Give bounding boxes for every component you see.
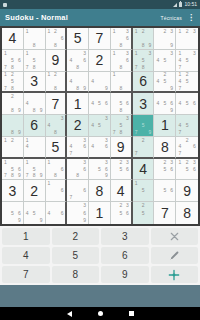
pencil-marks: 459 [24, 202, 45, 224]
cell-r1c4[interactable]: 5 [67, 28, 89, 50]
cell-r6c2[interactable]: 14 [24, 137, 46, 159]
digit: 6 [30, 118, 38, 132]
cell-r6c3[interactable]: 5 [46, 137, 68, 159]
pencil-marks: 128 [46, 72, 66, 92]
signal-icon [173, 3, 177, 7]
pencil-marks: 569 [2, 202, 23, 224]
cell-r3c4[interactable]: 489 [67, 72, 89, 94]
cell-r9c3[interactable]: 46 [46, 202, 68, 224]
digit: 2 [30, 184, 38, 198]
pen-icon[interactable] [151, 247, 199, 264]
cell-r7c8[interactable]: 2356 [154, 159, 176, 181]
digit: 2 [96, 53, 104, 67]
cell-r9c5[interactable]: 1 [89, 202, 111, 224]
cell-r7c7[interactable]: 4 [133, 159, 155, 181]
cell-r2c3[interactable]: 9 [46, 50, 68, 72]
pencil-marks: 489 [24, 93, 45, 114]
cell-r7c5[interactable]: 3569 [89, 159, 111, 181]
back-icon[interactable] [67, 311, 72, 317]
cell-r3c3[interactable]: 128 [46, 72, 68, 94]
cell-r8c5[interactable]: 8 [89, 180, 111, 202]
pencil-marks: 123 [176, 28, 198, 49]
pencil-marks: 456 [176, 93, 198, 114]
cell-r3c7[interactable]: 6 [133, 72, 155, 94]
cell-r7c9[interactable]: 12356 [176, 159, 198, 181]
pencil-marks: 12356 [176, 159, 198, 180]
cell-r1c7[interactable]: 1289 [133, 28, 155, 50]
cell-r4c4[interactable]: 1 [67, 93, 89, 115]
cell-r7c6[interactable]: 2356 [111, 159, 133, 181]
pencil-marks: 346 [89, 137, 110, 157]
cell-r2c7[interactable]: 13578 [133, 50, 155, 72]
cell-r6c8[interactable]: 8 [154, 137, 176, 159]
pencil-marks: 345 [89, 115, 110, 136]
overflow-menu-icon[interactable]: ⋮ [187, 14, 195, 22]
cell-r5c7[interactable]: 579 [133, 115, 155, 137]
battery-icon [179, 2, 182, 7]
pad-button-4[interactable]: 4 [2, 247, 50, 264]
digit: 1 [96, 206, 104, 220]
digit: 7 [52, 97, 60, 111]
pencil-marks: 1368 [111, 50, 131, 71]
pencil-marks: 13578 [133, 50, 154, 71]
pencil-marks: 156789 [2, 159, 23, 180]
cell-r1c6[interactable]: 1368 [111, 28, 133, 50]
pad-button-3[interactable]: 3 [101, 228, 149, 245]
pad-button-8[interactable]: 8 [52, 266, 100, 283]
pencil-marks: 27 [133, 137, 154, 157]
pencil-marks: 168 [46, 159, 66, 180]
notification-icon [3, 3, 7, 7]
cell-r7c3[interactable]: 168 [46, 159, 68, 181]
cell-r5c6[interactable]: 3578 [111, 115, 133, 137]
pad-button-5[interactable]: 5 [52, 247, 100, 264]
app-bar: Sudoku - Normal Técnicas ⋮ [0, 9, 200, 26]
digit: 1 [74, 97, 82, 111]
digit: 4 [117, 184, 125, 198]
cell-r5c1[interactable]: 89 [2, 115, 24, 137]
digit: 3 [30, 74, 38, 88]
pencil-marks: 56 [154, 180, 175, 201]
digit: 7 [96, 31, 104, 45]
sudoku-app-screen: 10:51 Sudoku - Normal Técnicas ⋮ 4181268… [0, 0, 200, 320]
pencil-marks: 18 [24, 28, 45, 49]
pencil-marks: 12578 [2, 72, 23, 92]
status-bar: 10:51 [0, 0, 200, 9]
cell-r5c8[interactable]: 1 [154, 115, 176, 137]
digit: 5 [52, 140, 60, 154]
cell-r5c2[interactable]: 6 [24, 115, 46, 137]
cell-r7c4[interactable]: 368 [67, 159, 89, 181]
pencil-marks: 25 [133, 202, 154, 224]
pencil-marks: 345 [154, 50, 175, 71]
pad-button-6[interactable]: 6 [101, 247, 149, 264]
pencil-marks: 14 [24, 137, 45, 157]
pencil-marks: 457 [176, 115, 198, 136]
cell-r4c8[interactable]: 4569 [154, 93, 176, 115]
cell-r2c9[interactable]: 13457 [176, 50, 198, 72]
recents-icon[interactable] [129, 311, 134, 316]
cell-r4c2[interactable]: 489 [24, 93, 46, 115]
cell-r7c2[interactable]: 15789 [24, 159, 46, 181]
number-pad: 123456789 [0, 226, 200, 285]
cell-r6c9[interactable]: 2467 [176, 137, 198, 159]
cell-r8c8[interactable]: 56 [154, 180, 176, 202]
pencil-marks: 3468 [67, 50, 88, 71]
pencil-marks: 239 [154, 28, 175, 49]
cell-r9c2[interactable]: 459 [24, 202, 46, 224]
cell-r5c4[interactable]: 2 [67, 115, 89, 137]
pencil-marks: 579 [133, 115, 154, 136]
digit: 1 [161, 118, 169, 132]
pencil-marks: 369 [67, 202, 88, 224]
cell-r8c9[interactable]: 9 [176, 180, 198, 202]
pad-button-1[interactable]: 1 [2, 228, 50, 245]
pad-button-2[interactable]: 2 [52, 228, 100, 245]
digit: 9 [52, 53, 60, 67]
cell-r9c1[interactable]: 569 [2, 202, 24, 224]
cell-r3c9[interactable]: 12457 [176, 72, 198, 94]
cell-r8c1[interactable]: 3 [2, 180, 24, 202]
clear-icon[interactable] [151, 228, 199, 245]
cell-r4c3[interactable]: 7 [46, 93, 68, 115]
digit: 7 [161, 206, 169, 220]
pencil-marks: 49 [89, 72, 110, 92]
cell-r8c6[interactable]: 4 [111, 180, 133, 202]
pencil-marks: 16 [46, 180, 66, 201]
cell-r5c5[interactable]: 345 [89, 115, 111, 137]
cell-r3c6[interactable]: 18 [111, 72, 133, 94]
cell-r9c8[interactable]: 7 [154, 202, 176, 224]
cell-r8c2[interactable]: 2 [24, 180, 46, 202]
cell-r3c5[interactable]: 49 [89, 72, 111, 94]
cell-r6c4[interactable]: 3467 [67, 137, 89, 159]
pad-button-7[interactable]: 7 [2, 266, 50, 283]
pencil-marks: 15789 [24, 159, 45, 180]
pencil-marks: 2356 [111, 159, 131, 180]
pencil-marks: 89 [2, 115, 23, 136]
cell-r4c5[interactable]: 456 [89, 93, 111, 115]
pencil-marks: 1368 [111, 28, 131, 49]
techniques-button[interactable]: Técnicas [160, 15, 182, 21]
pencil-marks: 368 [67, 159, 88, 180]
cell-r1c8[interactable]: 239 [154, 28, 176, 50]
cell-r6c1[interactable]: 12 [2, 137, 24, 159]
sudoku-board: 4181268571368128923912315678157893468213… [0, 26, 200, 226]
cell-r8c4[interactable]: 67 [67, 180, 89, 202]
pencil-marks: 2356 [111, 202, 131, 224]
cell-r1c3[interactable]: 1268 [46, 28, 68, 50]
cell-r1c9[interactable]: 123 [176, 28, 198, 50]
pencil-marks: 2356 [154, 159, 175, 180]
cell-r9c4[interactable]: 369 [67, 202, 89, 224]
digit: 4 [8, 31, 16, 45]
cell-r8c7[interactable]: 15 [133, 180, 155, 202]
digit: 3 [139, 97, 147, 111]
pencil-marks: 46 [46, 202, 66, 224]
pencil-marks: 4569 [154, 93, 175, 114]
pencil-marks: 568 [111, 93, 131, 114]
digit: 4 [139, 162, 147, 176]
pencil-marks: 2459 [154, 72, 175, 92]
cell-r2c8[interactable]: 345 [154, 50, 176, 72]
cell-r8c3[interactable]: 16 [46, 180, 68, 202]
pencil-marks: 12457 [176, 72, 198, 92]
cell-r4c9[interactable]: 456 [176, 93, 198, 115]
cell-r1c1[interactable]: 4 [2, 28, 24, 50]
pencil-marks: 13457 [176, 50, 198, 71]
cell-r6c7[interactable]: 27 [133, 137, 155, 159]
status-clock: 10:51 [184, 2, 197, 7]
cell-r1c2[interactable]: 18 [24, 28, 46, 50]
digit: 5 [74, 31, 82, 45]
pencil-marks: 2467 [176, 137, 198, 157]
home-icon[interactable] [98, 311, 103, 316]
cell-r4c6[interactable]: 568 [111, 93, 133, 115]
cell-r3c1[interactable]: 12578 [2, 72, 24, 94]
bottom-strip [0, 285, 200, 307]
cell-r1c5[interactable]: 7 [89, 28, 111, 50]
page-title: Sudoku - Normal [5, 13, 160, 22]
cell-r2c2[interactable]: 1578 [24, 50, 46, 72]
cell-r2c6[interactable]: 1368 [111, 50, 133, 72]
cell-r6c6[interactable]: 9 [111, 137, 133, 159]
cell-r6c5[interactable]: 346 [89, 137, 111, 159]
digit: 8 [161, 140, 169, 154]
autonote-icon[interactable] [151, 266, 199, 283]
digit: 3 [8, 184, 16, 198]
pencil-marks: 489 [67, 72, 88, 92]
cell-r2c4[interactable]: 3468 [67, 50, 89, 72]
digit: 8 [96, 184, 104, 198]
cell-r2c1[interactable]: 15678 [2, 50, 24, 72]
pencil-marks: 67 [67, 180, 88, 201]
pad-button-9[interactable]: 9 [101, 266, 149, 283]
digit: 9 [183, 184, 191, 198]
cell-r2c5[interactable]: 2 [89, 50, 111, 72]
cell-r4c7[interactable]: 3 [133, 93, 155, 115]
digit: 6 [139, 74, 147, 88]
cell-r7c1[interactable]: 156789 [2, 159, 24, 181]
pencil-marks: 18 [111, 72, 131, 92]
cell-r3c2[interactable]: 3 [24, 72, 46, 94]
cell-r9c9[interactable]: 8 [176, 202, 198, 224]
digit: 8 [183, 206, 191, 220]
pencil-marks: 15678 [2, 50, 23, 71]
cell-r5c3[interactable]: 348 [46, 115, 68, 137]
pencil-marks: 348 [46, 115, 66, 136]
pencil-marks: 289 [2, 93, 23, 114]
pencil-marks: 456 [89, 93, 110, 114]
cell-r9c6[interactable]: 2356 [111, 202, 133, 224]
cell-r9c7[interactable]: 25 [133, 202, 155, 224]
pencil-marks: 1289 [133, 28, 154, 49]
pencil-marks: 1268 [46, 28, 66, 49]
cell-r4c1[interactable]: 289 [2, 93, 24, 115]
pencil-marks: 3569 [89, 159, 110, 180]
cell-r5c9[interactable]: 457 [176, 115, 198, 137]
pencil-marks: 15 [133, 180, 154, 201]
cell-r3c8[interactable]: 2459 [154, 72, 176, 94]
digit: 2 [74, 118, 82, 132]
pencil-marks: 3578 [111, 115, 131, 136]
android-nav-bar [0, 307, 200, 320]
digit: 9 [117, 140, 125, 154]
pencil-marks: 12 [2, 137, 23, 157]
pencil-marks: 1578 [24, 50, 45, 71]
pencil-marks: 3467 [67, 137, 88, 157]
